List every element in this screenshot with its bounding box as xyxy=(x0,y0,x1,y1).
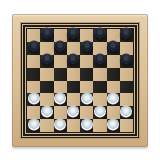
light-piece[interactable] xyxy=(28,118,40,130)
light-piece[interactable] xyxy=(94,105,106,117)
square-r2c5[interactable] xyxy=(80,42,93,55)
dark-piece[interactable] xyxy=(41,54,53,66)
square-r3c5[interactable] xyxy=(80,55,93,68)
square-r6c7[interactable] xyxy=(107,93,120,106)
square-r4c8[interactable] xyxy=(120,68,133,81)
light-piece[interactable] xyxy=(28,92,40,104)
square-r7c2[interactable] xyxy=(40,106,53,119)
dark-piece[interactable] xyxy=(67,28,79,40)
dark-piece[interactable] xyxy=(54,41,66,53)
square-r4c2[interactable] xyxy=(40,68,53,81)
square-r8c8[interactable] xyxy=(120,119,133,132)
dark-piece[interactable] xyxy=(81,41,93,53)
square-r7c8[interactable] xyxy=(120,106,133,119)
square-r5c6[interactable] xyxy=(93,81,106,94)
square-r3c4[interactable] xyxy=(67,55,80,68)
light-piece[interactable] xyxy=(120,105,132,117)
square-r7c6[interactable] xyxy=(93,106,106,119)
checkers-board xyxy=(27,29,133,132)
dark-piece[interactable] xyxy=(41,28,53,40)
square-r3c7[interactable] xyxy=(107,55,120,68)
dark-piece[interactable] xyxy=(94,54,106,66)
light-piece[interactable] xyxy=(54,92,66,104)
dark-piece[interactable] xyxy=(120,54,132,66)
square-r4c5[interactable] xyxy=(80,68,93,81)
square-r1c8[interactable] xyxy=(120,29,133,42)
border-pinstripe-mid xyxy=(23,25,137,136)
square-r8c3[interactable] xyxy=(54,119,67,132)
square-r5c2[interactable] xyxy=(40,81,53,94)
square-r8c6[interactable] xyxy=(93,119,106,132)
square-r5c4[interactable] xyxy=(67,81,80,94)
square-r3c3[interactable] xyxy=(54,55,67,68)
square-r3c1[interactable] xyxy=(27,55,40,68)
board-panel xyxy=(20,22,140,139)
photo-background xyxy=(0,0,160,160)
light-piece[interactable] xyxy=(107,118,119,130)
square-r3c6[interactable] xyxy=(93,55,106,68)
square-r4c6[interactable] xyxy=(93,68,106,81)
dark-piece[interactable] xyxy=(107,41,119,53)
dark-piece[interactable] xyxy=(67,54,79,66)
square-r8c7[interactable] xyxy=(107,119,120,132)
square-r3c2[interactable] xyxy=(40,55,53,68)
square-r2c1[interactable] xyxy=(27,42,40,55)
dark-piece[interactable] xyxy=(28,41,40,53)
square-r6c5[interactable] xyxy=(80,93,93,106)
light-piece[interactable] xyxy=(54,118,66,130)
square-r1c2[interactable] xyxy=(40,29,53,42)
light-piece[interactable] xyxy=(81,92,93,104)
square-r1c4[interactable] xyxy=(67,29,80,42)
square-r8c2[interactable] xyxy=(40,119,53,132)
square-r2c7[interactable] xyxy=(107,42,120,55)
square-r1c6[interactable] xyxy=(93,29,106,42)
border-pinstripe-outer xyxy=(21,23,139,138)
square-r2c3[interactable] xyxy=(54,42,67,55)
square-r7c4[interactable] xyxy=(67,106,80,119)
board-frame xyxy=(12,14,148,147)
square-r4c7[interactable] xyxy=(107,68,120,81)
square-r6c3[interactable] xyxy=(54,93,67,106)
square-r4c1[interactable] xyxy=(27,68,40,81)
square-r4c4[interactable] xyxy=(67,68,80,81)
dark-piece[interactable] xyxy=(94,28,106,40)
light-piece[interactable] xyxy=(107,92,119,104)
square-r3c8[interactable] xyxy=(120,55,133,68)
dark-piece[interactable] xyxy=(120,28,132,40)
square-r8c4[interactable] xyxy=(67,119,80,132)
square-r8c1[interactable] xyxy=(27,119,40,132)
square-r6c1[interactable] xyxy=(27,93,40,106)
border-pinstripe-inner xyxy=(26,28,134,133)
square-r4c3[interactable] xyxy=(54,68,67,81)
square-r8c5[interactable] xyxy=(80,119,93,132)
light-piece[interactable] xyxy=(81,118,93,130)
light-piece[interactable] xyxy=(41,105,53,117)
square-r5c8[interactable] xyxy=(120,81,133,94)
light-piece[interactable] xyxy=(67,105,79,117)
